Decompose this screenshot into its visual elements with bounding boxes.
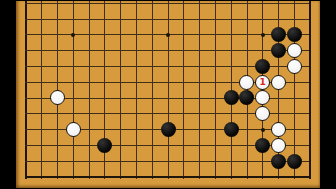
stone-black-O6 <box>224 90 239 105</box>
star-point <box>166 33 170 37</box>
stone-white-D4 <box>66 122 81 137</box>
stone-black-R9 <box>271 43 286 58</box>
stone-white-Q7: 1 <box>255 75 270 90</box>
stone-white-R7 <box>271 75 286 90</box>
star-point <box>261 33 265 37</box>
stone-white-S8 <box>287 59 302 74</box>
stone-white-C6 <box>50 90 65 105</box>
stone-black-O4 <box>224 122 239 137</box>
letterbox-right <box>320 0 336 189</box>
board-intersections: 1 <box>18 1 318 185</box>
star-point <box>261 128 265 132</box>
stone-white-Q6 <box>255 90 270 105</box>
stone-black-Q3 <box>255 138 270 153</box>
stone-black-P6 <box>239 90 254 105</box>
stone-black-Q8 <box>255 59 270 74</box>
move-number-label: 1 <box>260 78 266 87</box>
stone-black-R10 <box>271 27 286 42</box>
stone-black-F3 <box>97 138 112 153</box>
stone-white-S9 <box>287 43 302 58</box>
stone-white-R4 <box>271 122 286 137</box>
stone-black-S10 <box>287 27 302 42</box>
stone-white-P7 <box>239 75 254 90</box>
video-frame: 1 <box>0 0 336 189</box>
stone-white-Q5 <box>255 106 270 121</box>
go-board[interactable]: 1 <box>16 1 320 188</box>
stone-white-R3 <box>271 138 286 153</box>
letterbox-left <box>0 0 16 189</box>
stone-black-K4 <box>161 122 176 137</box>
stone-black-S2 <box>287 154 302 169</box>
stone-black-R2 <box>271 154 286 169</box>
star-point <box>71 33 75 37</box>
